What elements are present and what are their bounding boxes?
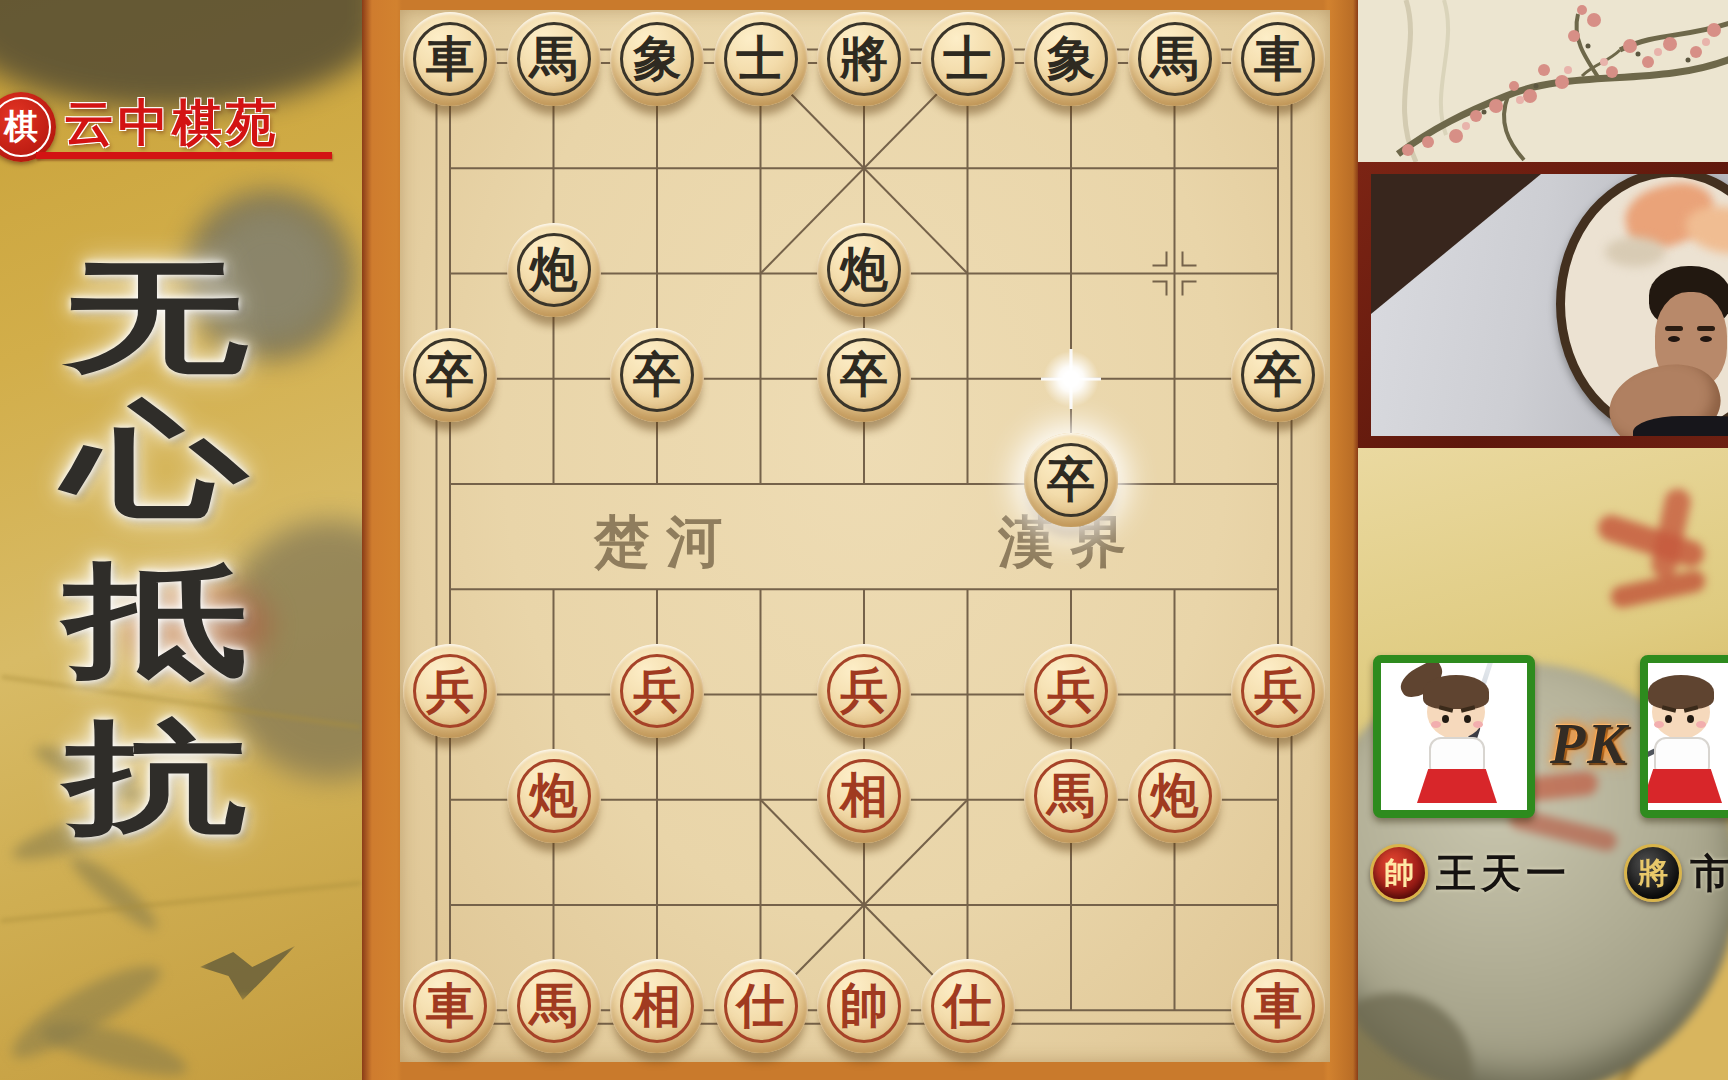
black-piece-馬[interactable]: 馬: [1128, 12, 1222, 106]
red-piece-相[interactable]: 相: [610, 959, 704, 1053]
black-piece-車[interactable]: 車: [1231, 12, 1325, 106]
piece-glyph: 兵: [413, 654, 487, 728]
piece-glyph: 車: [413, 22, 487, 96]
black-piece-士[interactable]: 士: [714, 12, 808, 106]
players-panel: PK 帥 王天一 將 市: [1358, 448, 1728, 1080]
red-piece-車[interactable]: 車: [403, 959, 497, 1053]
avatar-eye: [1665, 715, 1672, 723]
piece-glyph: 仕: [931, 969, 1005, 1043]
avatar-blush: [1473, 721, 1483, 728]
piece-glyph: 馬: [517, 969, 591, 1043]
red-general-badge-icon: 帥: [1370, 844, 1428, 902]
piece-glyph: 卒: [413, 338, 487, 412]
avatar-pants: [1417, 769, 1497, 803]
piece-glyph: 車: [1241, 22, 1315, 96]
avatar-blush: [1654, 721, 1664, 728]
right-panel: PK 帥 王天一 將 市: [1358, 0, 1728, 1080]
piece-glyph: 兵: [1034, 654, 1108, 728]
title-character-4: 抗: [0, 703, 362, 853]
avatar-blush: [1696, 721, 1706, 728]
red-piece-兵[interactable]: 兵: [403, 644, 497, 738]
black-piece-車[interactable]: 車: [403, 12, 497, 106]
player-eye: [1700, 336, 1712, 342]
plum-blossom-art: [1358, 0, 1728, 162]
piece-glyph: 將: [827, 22, 901, 96]
black-piece-將[interactable]: 將: [817, 12, 911, 106]
piece-glyph: 兵: [827, 654, 901, 728]
piece-glyph: 炮: [1138, 759, 1212, 833]
left-panel: 棋 云中棋苑 无心抵抗: [0, 0, 362, 1080]
black-piece-卒[interactable]: 卒: [403, 328, 497, 422]
piece-glyph: 馬: [517, 22, 591, 96]
piece-glyph: 炮: [517, 759, 591, 833]
piece-glyph: 象: [620, 22, 694, 96]
avatar-eye: [1687, 715, 1694, 723]
black-piece-卒[interactable]: 卒: [610, 328, 704, 422]
avatar-blush: [1431, 721, 1441, 728]
piece-glyph: 車: [413, 969, 487, 1043]
piece-glyph: 兵: [1241, 654, 1315, 728]
piece-glyph: 卒: [620, 338, 694, 412]
red-piece-炮[interactable]: 炮: [507, 749, 601, 843]
title-character-3: 抵: [0, 546, 362, 696]
black-piece-卒[interactable]: 卒: [1231, 328, 1325, 422]
piece-glyph: 仕: [724, 969, 798, 1043]
episode-title: 无心抵抗: [0, 0, 300, 1080]
avatar-shirt: [1429, 737, 1485, 773]
black-piece-象[interactable]: 象: [1024, 12, 1118, 106]
red-player-avatar[interactable]: [1373, 655, 1535, 818]
webcam-video[interactable]: [1358, 162, 1728, 448]
piece-glyph: 馬: [1034, 759, 1108, 833]
red-player-name: 王天一: [1436, 846, 1571, 901]
black-general-badge-icon: 將: [1624, 844, 1682, 902]
red-player-nameplate: 帥 王天一: [1370, 843, 1571, 903]
piece-glyph: 士: [931, 22, 1005, 96]
artwork-shading: [1605, 237, 1665, 267]
player-eye: [1668, 336, 1680, 342]
red-piece-兵[interactable]: 兵: [610, 644, 704, 738]
piece-glyph: 相: [827, 759, 901, 833]
red-piece-帥[interactable]: 帥: [817, 959, 911, 1053]
black-piece-士[interactable]: 士: [921, 12, 1015, 106]
piece-glyph: 炮: [517, 233, 591, 307]
black-piece-卒[interactable]: 卒: [817, 328, 911, 422]
player-eyebrow: [1697, 326, 1715, 331]
black-player-nameplate: 將 市: [1624, 843, 1728, 903]
piece-glyph: 帥: [827, 969, 901, 1043]
piece-glyph: 卒: [1034, 443, 1108, 517]
black-piece-炮[interactable]: 炮: [507, 223, 601, 317]
avatar-eye: [1464, 715, 1471, 723]
black-piece-卒[interactable]: 卒: [1024, 433, 1118, 527]
title-character-1: 无: [0, 243, 362, 393]
red-piece-馬[interactable]: 馬: [507, 959, 601, 1053]
room-shadow: [1371, 174, 1541, 314]
piece-glyph: 兵: [620, 654, 694, 728]
title-character-2: 心: [0, 387, 362, 537]
stream-frame: 棋 云中棋苑 无心抵抗 楚河 漢界 車馬象士將士象馬車炮炮卒卒卒卒卒兵兵兵兵兵炮…: [0, 0, 1728, 1080]
piece-glyph: 車: [1241, 969, 1315, 1043]
black-piece-象[interactable]: 象: [610, 12, 704, 106]
red-piece-仕[interactable]: 仕: [921, 959, 1015, 1053]
river-label-chu: 楚河: [594, 505, 738, 581]
webcam-photo: [1371, 174, 1728, 436]
xiangqi-board: 楚河 漢界 車馬象士將士象馬車炮炮卒卒卒卒卒兵兵兵兵兵炮相馬炮車馬相仕帥仕車: [362, 0, 1358, 1080]
red-piece-兵[interactable]: 兵: [1231, 644, 1325, 738]
red-piece-炮[interactable]: 炮: [1128, 749, 1222, 843]
piece-glyph: 象: [1034, 22, 1108, 96]
piece-glyph: 相: [620, 969, 694, 1043]
piece-glyph: 炮: [827, 233, 901, 307]
player-eyebrow: [1665, 326, 1683, 331]
avatar-hair: [1423, 675, 1489, 709]
red-piece-馬[interactable]: 馬: [1024, 749, 1118, 843]
piece-glyph: 馬: [1138, 22, 1212, 96]
red-piece-兵[interactable]: 兵: [817, 644, 911, 738]
piece-glyph: 士: [724, 22, 798, 96]
black-piece-炮[interactable]: 炮: [817, 223, 911, 317]
avatar-shirt: [1654, 737, 1710, 773]
red-piece-仕[interactable]: 仕: [714, 959, 808, 1053]
piece-glyph: 卒: [1241, 338, 1315, 412]
black-player-name: 市: [1690, 846, 1728, 901]
plum-blossom-painting: [1358, 0, 1728, 162]
black-player-avatar[interactable]: [1640, 655, 1728, 818]
avatar-hair: [1648, 675, 1714, 709]
avatar-pants: [1642, 769, 1722, 803]
board-grid: [362, 0, 1358, 1080]
avatar-eye: [1442, 715, 1449, 723]
piece-glyph: 卒: [827, 338, 901, 412]
pk-versus-label: PK: [1536, 710, 1642, 777]
red-piece-相[interactable]: 相: [817, 749, 911, 843]
black-piece-馬[interactable]: 馬: [507, 12, 601, 106]
red-piece-兵[interactable]: 兵: [1024, 644, 1118, 738]
red-piece-車[interactable]: 車: [1231, 959, 1325, 1053]
